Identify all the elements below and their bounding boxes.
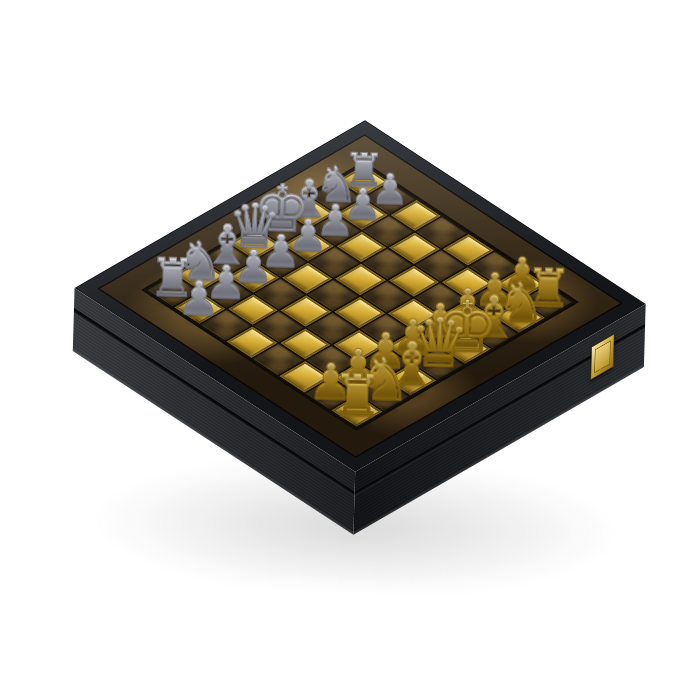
case-lid-top — [75, 120, 646, 472]
clasp-engraved-plate — [594, 340, 610, 373]
photo-tilt-wrapper: ♜♞♝♛♚♝♞♜♟♟♟♟♟♟♟♟♟♟♟♟♟♟♟♟♜♞♝♛♚♝♞♜ — [0, 0, 700, 700]
square-b4 — [254, 311, 305, 342]
product-photo: ♜♞♝♛♚♝♞♜♟♟♟♟♟♟♟♟♟♟♟♟♟♟♟♟♜♞♝♛♚♝♞♜ — [0, 0, 700, 700]
square-c6 — [333, 330, 384, 361]
brass-clasp-latch — [590, 334, 614, 380]
square-g7 — [468, 284, 519, 315]
square-h7 — [495, 268, 546, 299]
